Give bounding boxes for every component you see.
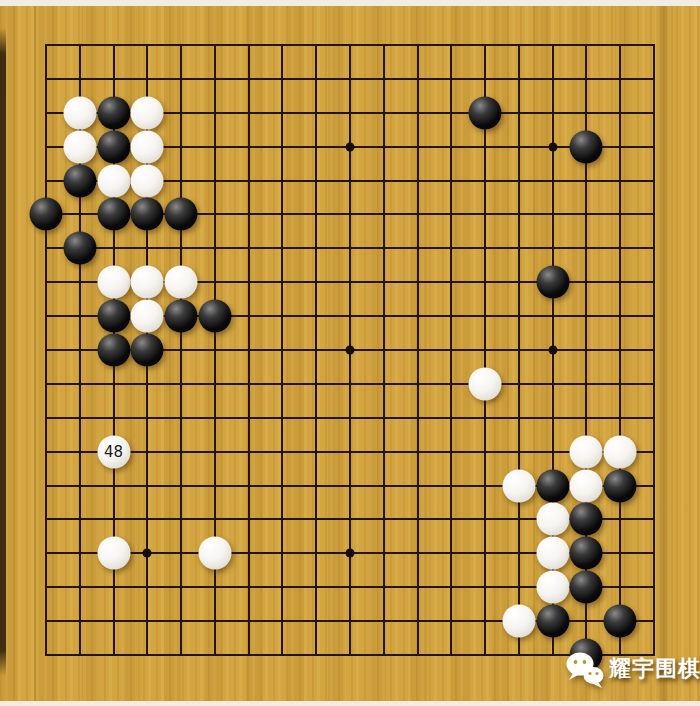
white-stone: [536, 503, 569, 536]
white-stone: [469, 367, 502, 400]
black-stone: [570, 503, 603, 536]
black-stone: [30, 198, 63, 231]
black-stone: [604, 469, 637, 502]
star-point: [346, 142, 355, 151]
black-stone: [570, 571, 603, 604]
brand-watermark: 耀宇围棋: [564, 648, 700, 690]
black-stone: [536, 605, 569, 638]
grid-line: [417, 44, 419, 656]
grid-line: [45, 451, 655, 453]
grid-line: [619, 44, 621, 656]
grid-line: [450, 44, 452, 656]
black-stone: [63, 232, 96, 265]
grid-line: [383, 44, 385, 656]
black-stone: [570, 130, 603, 163]
star-point: [346, 346, 355, 355]
board-grid: 48: [0, 0, 700, 701]
star-point: [346, 549, 355, 558]
white-stone: [63, 130, 96, 163]
black-stone: [604, 605, 637, 638]
page: { "game": "Go (weiqi), 19x19", "board_si…: [0, 0, 700, 706]
black-stone: [536, 266, 569, 299]
white-stone: [131, 266, 164, 299]
grid-line: [484, 44, 486, 656]
black-stone: [97, 130, 130, 163]
black-stone: [198, 300, 231, 333]
star-point: [548, 142, 557, 151]
white-stone: [536, 537, 569, 570]
white-stone: [131, 96, 164, 129]
grid-line: [653, 44, 655, 656]
white-stone: [97, 266, 130, 299]
white-stone: [570, 435, 603, 468]
black-stone: [97, 198, 130, 231]
white-stone: [570, 469, 603, 502]
white-stone: [198, 537, 231, 570]
black-stone: [165, 300, 198, 333]
black-stone: [97, 96, 130, 129]
white-stone: [502, 469, 535, 502]
black-stone: [536, 469, 569, 502]
bottom-margin: [0, 701, 700, 706]
white-stone: [131, 164, 164, 197]
white-stone: [97, 164, 130, 197]
white-stone: [131, 300, 164, 333]
grid-line: [45, 383, 655, 385]
white-stone: [536, 571, 569, 604]
black-stone: [570, 537, 603, 570]
star-point: [143, 549, 152, 558]
grid-line: [518, 44, 520, 656]
black-stone: [97, 300, 130, 333]
grid-line: [45, 417, 655, 419]
white-stone: [604, 435, 637, 468]
white-stone: [97, 537, 130, 570]
black-stone: [469, 96, 502, 129]
white-stone: [502, 605, 535, 638]
black-stone: [165, 198, 198, 231]
white-stone: 48: [97, 435, 130, 468]
wechat-icon: [564, 649, 606, 689]
black-stone: [131, 334, 164, 367]
black-stone: [97, 334, 130, 367]
brand-name: 耀宇围棋: [609, 654, 700, 684]
white-stone: [131, 130, 164, 163]
black-stone: [63, 164, 96, 197]
star-point: [548, 346, 557, 355]
move-number-label: 48: [104, 444, 123, 459]
white-stone: [165, 266, 198, 299]
black-stone: [131, 198, 164, 231]
white-stone: [63, 96, 96, 129]
